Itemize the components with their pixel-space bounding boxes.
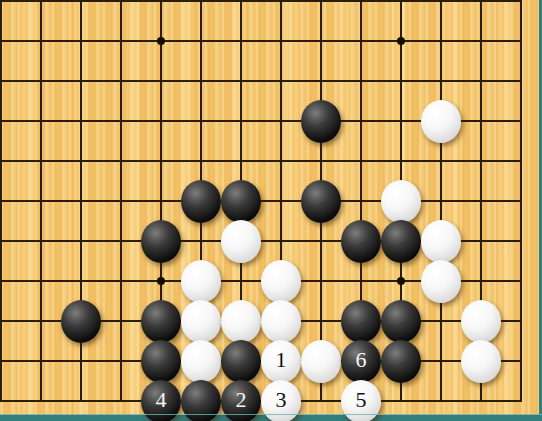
stone-black	[301, 100, 341, 143]
stone-white	[261, 300, 301, 343]
stone-white	[261, 260, 301, 303]
move-number-label: 5	[356, 389, 367, 411]
stone-white	[421, 220, 461, 263]
stone-black	[381, 220, 421, 263]
stone-white	[421, 260, 461, 303]
stone-black	[181, 180, 221, 223]
star-point	[397, 277, 405, 285]
stone-white	[181, 340, 221, 383]
stone-black	[221, 340, 261, 383]
stone-black	[61, 300, 101, 343]
stone-black	[141, 340, 181, 383]
stone-black	[381, 340, 421, 383]
move-number-label: 4	[156, 389, 167, 411]
stone-white	[461, 300, 501, 343]
stone-white-move-5: 5	[341, 380, 381, 421]
stone-black	[141, 300, 181, 343]
stone-white	[181, 260, 221, 303]
stone-white	[221, 220, 261, 263]
stone-black-move-2: 2	[221, 380, 261, 421]
stone-white	[181, 300, 221, 343]
move-number-label: 3	[276, 389, 287, 411]
stone-black	[381, 300, 421, 343]
stone-black-move-4: 4	[141, 380, 181, 421]
stone-black	[341, 300, 381, 343]
stone-black	[341, 220, 381, 263]
stone-black	[221, 180, 261, 223]
star-point	[157, 37, 165, 45]
move-number-label: 6	[356, 349, 367, 371]
stone-grid[interactable]: 164235	[0, 0, 541, 421]
move-number-label: 2	[236, 389, 247, 411]
star-point	[157, 277, 165, 285]
stone-white	[461, 340, 501, 383]
star-point	[397, 37, 405, 45]
move-number-label: 1	[276, 349, 287, 371]
stone-white-move-1: 1	[261, 340, 301, 383]
stone-black-move-6: 6	[341, 340, 381, 383]
stone-black	[181, 380, 221, 421]
stone-white	[421, 100, 461, 143]
stone-white	[381, 180, 421, 223]
stone-black	[141, 220, 181, 263]
stone-white	[221, 300, 261, 343]
go-board-diagram: 164235	[0, 0, 542, 421]
stone-white-move-3: 3	[261, 380, 301, 421]
stone-black	[301, 180, 341, 223]
stone-white	[301, 340, 341, 383]
